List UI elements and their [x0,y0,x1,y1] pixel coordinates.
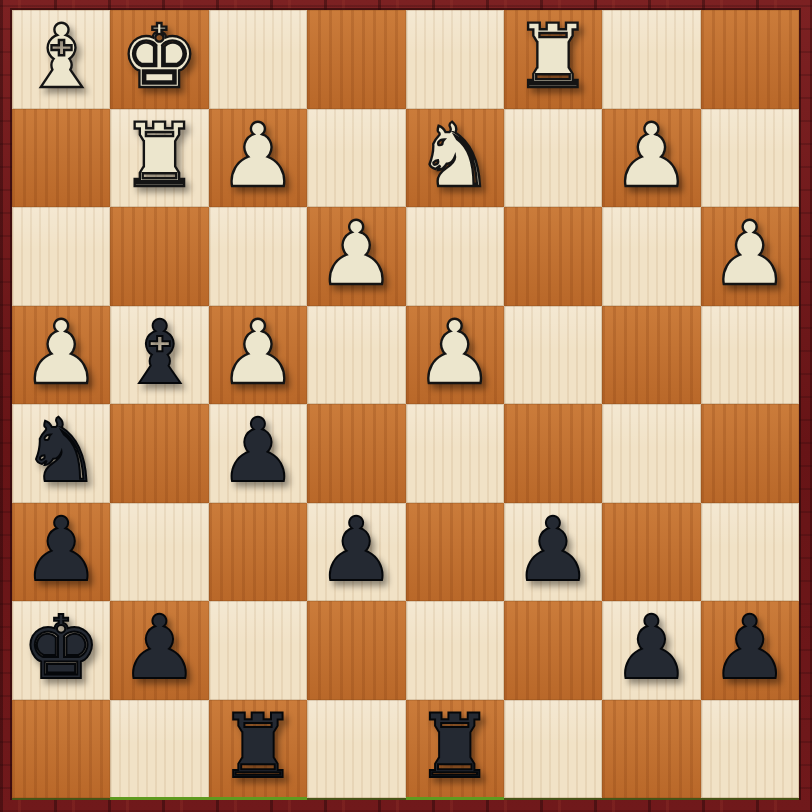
square-g5[interactable] [602,306,700,405]
square-d4[interactable] [307,404,405,503]
piece-white-pawn[interactable]: ♟ [218,107,297,205]
square-h2[interactable]: ♟ [701,601,799,700]
square-h5[interactable] [701,306,799,405]
square-d3[interactable]: ♟ [307,503,405,602]
piece-white-pawn[interactable]: ♟ [218,304,297,402]
square-c7[interactable]: ♟ [209,109,307,208]
square-e3[interactable] [406,503,504,602]
piece-white-pawn[interactable]: ♟ [22,304,101,402]
square-b8[interactable]: ♚ [110,10,208,109]
chess-app: ♝♚♜♜♟♞♟♟♟♟♝♟♟♞♟♟♟♟♚♟♟♟♜♜ [0,0,812,812]
piece-white-king[interactable]: ♚ [120,8,199,106]
square-f2[interactable] [504,601,602,700]
square-d2[interactable] [307,601,405,700]
square-g4[interactable] [602,404,700,503]
square-f3[interactable]: ♟ [504,503,602,602]
square-e7[interactable]: ♞ [406,109,504,208]
square-g2[interactable]: ♟ [602,601,700,700]
piece-white-pawn[interactable]: ♟ [612,107,691,205]
square-a7[interactable] [12,109,110,208]
piece-white-pawn[interactable]: ♟ [415,304,494,402]
square-f1[interactable] [504,700,602,799]
square-c8[interactable] [209,10,307,109]
piece-white-knight[interactable]: ♞ [415,107,494,205]
square-b6[interactable] [110,207,208,306]
piece-black-pawn[interactable]: ♟ [317,501,396,599]
piece-white-pawn[interactable]: ♟ [710,205,789,303]
square-f8[interactable]: ♜ [504,10,602,109]
piece-black-pawn[interactable]: ♟ [612,599,691,697]
square-g1[interactable] [602,700,700,799]
square-c1[interactable]: ♜ [209,700,307,799]
square-e1[interactable]: ♜ [406,700,504,799]
square-g6[interactable] [602,207,700,306]
square-d5[interactable] [307,306,405,405]
piece-black-king[interactable]: ♚ [22,599,101,697]
square-h3[interactable] [701,503,799,602]
square-a5[interactable]: ♟ [12,306,110,405]
piece-black-pawn[interactable]: ♟ [710,599,789,697]
square-e8[interactable] [406,10,504,109]
piece-white-pawn[interactable]: ♟ [317,205,396,303]
square-b2[interactable]: ♟ [110,601,208,700]
piece-white-rook[interactable]: ♜ [120,107,199,205]
square-g8[interactable] [602,10,700,109]
square-a3[interactable]: ♟ [12,503,110,602]
square-c6[interactable] [209,207,307,306]
square-a4[interactable]: ♞ [12,404,110,503]
piece-black-pawn[interactable]: ♟ [120,599,199,697]
square-h6[interactable]: ♟ [701,207,799,306]
chess-board: ♝♚♜♜♟♞♟♟♟♟♝♟♟♞♟♟♟♟♚♟♟♟♜♜ [12,10,799,798]
square-d8[interactable] [307,10,405,109]
piece-black-rook[interactable]: ♜ [218,698,297,796]
square-d6[interactable]: ♟ [307,207,405,306]
piece-white-bishop[interactable]: ♝ [22,8,101,106]
square-e4[interactable] [406,404,504,503]
square-b3[interactable] [110,503,208,602]
square-f5[interactable] [504,306,602,405]
square-b7[interactable]: ♜ [110,109,208,208]
square-b4[interactable] [110,404,208,503]
square-a2[interactable]: ♚ [12,601,110,700]
square-b5[interactable]: ♝ [110,306,208,405]
piece-black-rook[interactable]: ♜ [415,698,494,796]
square-b1[interactable] [110,700,208,799]
piece-white-rook[interactable]: ♜ [514,8,593,106]
square-f4[interactable] [504,404,602,503]
square-a6[interactable] [12,207,110,306]
square-h4[interactable] [701,404,799,503]
square-c2[interactable] [209,601,307,700]
square-a8[interactable]: ♝ [12,10,110,109]
square-h1[interactable] [701,700,799,799]
piece-black-bishop[interactable]: ♝ [120,304,199,402]
square-f6[interactable] [504,207,602,306]
square-e5[interactable]: ♟ [406,306,504,405]
square-d1[interactable] [307,700,405,799]
square-h7[interactable] [701,109,799,208]
square-c3[interactable] [209,503,307,602]
square-g3[interactable] [602,503,700,602]
square-a1[interactable] [12,700,110,799]
square-c5[interactable]: ♟ [209,306,307,405]
piece-black-pawn[interactable]: ♟ [218,402,297,500]
piece-black-pawn[interactable]: ♟ [22,501,101,599]
square-e6[interactable] [406,207,504,306]
square-g7[interactable]: ♟ [602,109,700,208]
square-f7[interactable] [504,109,602,208]
square-c4[interactable]: ♟ [209,404,307,503]
square-h8[interactable] [701,10,799,109]
piece-black-knight[interactable]: ♞ [22,402,101,500]
square-e2[interactable] [406,601,504,700]
piece-black-pawn[interactable]: ♟ [514,501,593,599]
square-d7[interactable] [307,109,405,208]
